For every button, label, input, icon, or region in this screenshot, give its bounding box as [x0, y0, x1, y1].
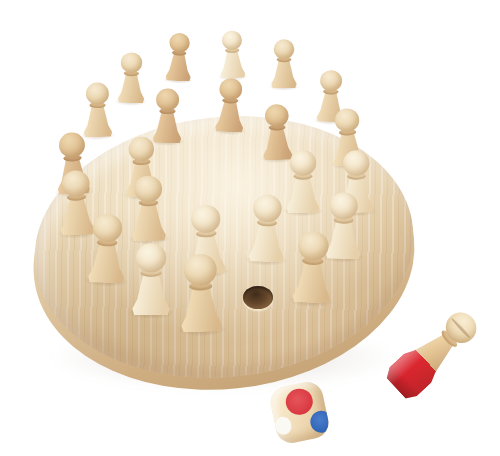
- peg-shadow: [217, 72, 250, 82]
- peg-neck: [124, 71, 139, 77]
- peg-neck: [222, 97, 238, 104]
- product-photo-scene: [0, 0, 500, 456]
- die-white-dot: [274, 415, 293, 436]
- peg-shadow: [267, 82, 300, 91]
- empty-hole: [243, 286, 273, 309]
- peg-head: [169, 33, 190, 53]
- color-die[interactable]: [268, 379, 332, 446]
- peg-head: [334, 108, 359, 132]
- peg-neck: [339, 129, 356, 136]
- peg-outer-4[interactable]: [165, 32, 194, 81]
- peg-outer-2[interactable]: [82, 82, 113, 137]
- peg-body: [316, 92, 344, 123]
- peg-outer-6[interactable]: [270, 39, 297, 88]
- peg-head: [121, 52, 143, 73]
- peg-body: [118, 74, 145, 104]
- peg-shadow: [79, 130, 117, 141]
- peg-neck: [277, 57, 291, 62]
- peg-head: [320, 70, 342, 92]
- peg-body: [83, 105, 112, 137]
- peg-head: [86, 82, 109, 104]
- peg-neck: [159, 108, 175, 114]
- peg-head: [219, 78, 243, 101]
- peg-neck: [225, 47, 239, 53]
- peg-neck: [89, 102, 105, 108]
- peg-head: [58, 132, 85, 158]
- peg-head: [156, 88, 179, 110]
- peg-body: [220, 50, 246, 78]
- die-blue-dot: [308, 409, 331, 435]
- removed-peg-red[interactable]: [382, 302, 487, 404]
- peg-neck: [323, 89, 339, 95]
- peg-shadow: [114, 96, 149, 106]
- peg-outer-3[interactable]: [117, 52, 146, 103]
- peg-outer-7[interactable]: [315, 70, 346, 123]
- peg-shadow: [312, 115, 348, 126]
- peg-neck: [172, 50, 186, 56]
- peg-body: [271, 60, 297, 88]
- peg-shadow: [161, 74, 194, 84]
- peg-head: [274, 39, 295, 59]
- peg-outer-5[interactable]: [218, 30, 246, 78]
- peg-neck: [63, 154, 82, 161]
- die-red-dot: [283, 386, 315, 417]
- peg-body: [165, 53, 192, 82]
- peg-head: [222, 30, 243, 50]
